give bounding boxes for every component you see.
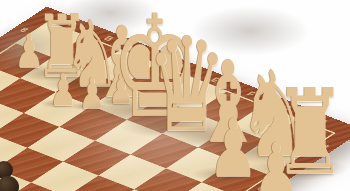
chess-piece-pawn: ♟ xyxy=(208,109,258,189)
chess-piece-pawn: ♟ xyxy=(252,133,300,191)
stage: AABBCCDDEEFFGGHH8877665544332211 ♟♜♟♞♟♝♟… xyxy=(0,0,350,191)
